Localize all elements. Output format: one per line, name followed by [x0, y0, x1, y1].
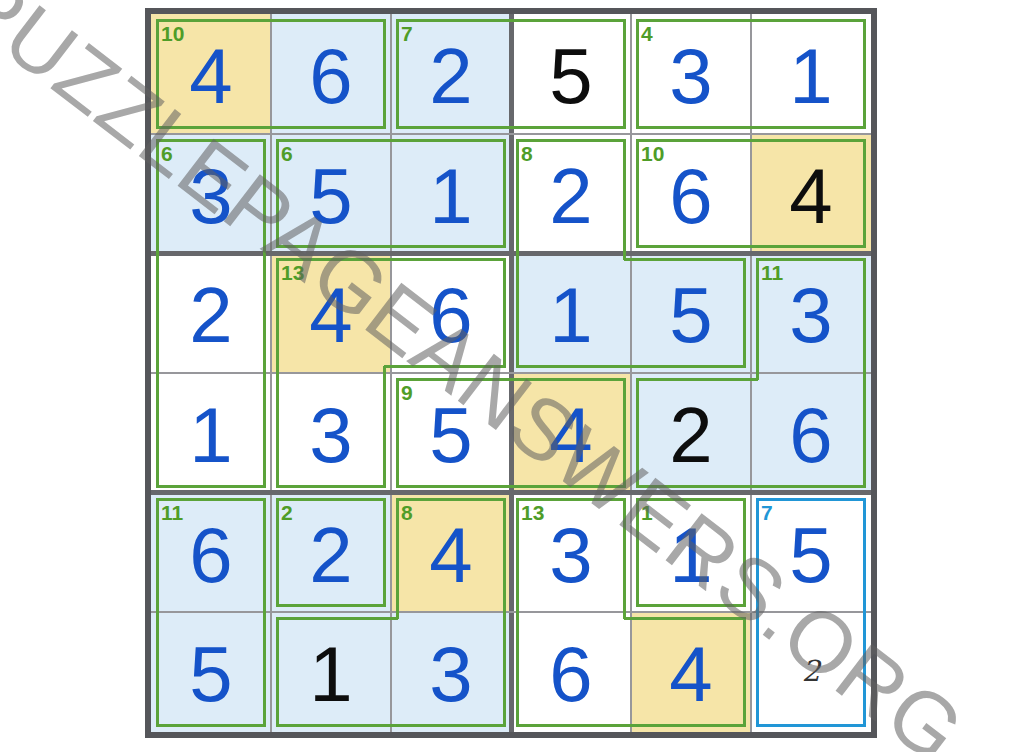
cell-value-r5c1: 1	[271, 615, 391, 735]
cell-value-r0c5: 1	[751, 17, 871, 137]
cell-value-r2c0: 2	[151, 256, 271, 376]
cell-value-r4c4: 1	[631, 496, 751, 616]
cell-value-r0c1: 6	[271, 17, 391, 137]
cell-value-r2c4: 5	[631, 256, 751, 376]
cell-value-r4c3: 3	[511, 496, 631, 616]
cell-value-r1c5: 4	[751, 137, 871, 257]
cell-value-r0c2: 2	[391, 17, 511, 137]
cell-value-r4c1: 2	[271, 496, 391, 616]
cell-value-r3c4: 2	[631, 376, 751, 496]
killer-sudoku-board: 1074668101311911281317462531351264246153…	[145, 8, 877, 738]
cell-value-r5c0: 5	[151, 615, 271, 735]
pencil-mark-r5c5: 2	[751, 612, 871, 732]
cell-value-r0c4: 3	[631, 17, 751, 137]
cell-value-r2c1: 4	[271, 256, 391, 376]
cell-value-r3c3: 4	[511, 376, 631, 496]
cell-value-r4c0: 6	[151, 496, 271, 616]
cell-value-r5c3: 6	[511, 615, 631, 735]
cell-value-r3c2: 5	[391, 376, 511, 496]
cell-value-r0c3: 5	[511, 17, 631, 137]
cell-value-r1c4: 6	[631, 137, 751, 257]
cell-value-r4c5: 5	[751, 496, 871, 616]
cell-value-r5c4: 4	[631, 615, 751, 735]
cell-value-r1c3: 2	[511, 137, 631, 257]
cell-value-r5c2: 3	[391, 615, 511, 735]
cell-value-r1c0: 3	[151, 137, 271, 257]
cell-value-r3c5: 6	[751, 376, 871, 496]
cell-value-r4c2: 4	[391, 496, 511, 616]
cell-value-r2c3: 1	[511, 256, 631, 376]
cell-value-r3c0: 1	[151, 376, 271, 496]
cell-value-r2c5: 3	[751, 256, 871, 376]
screenshot: 1074668101311911281317462531351264246153…	[0, 0, 1024, 752]
board-grid: 1074668101311911281317462531351264246153…	[151, 14, 871, 732]
cell-value-r1c1: 5	[271, 137, 391, 257]
cell-value-r2c2: 6	[391, 256, 511, 376]
cell-value-r0c0: 4	[151, 17, 271, 137]
cell-value-r1c2: 1	[391, 137, 511, 257]
cell-value-r3c1: 3	[271, 376, 391, 496]
